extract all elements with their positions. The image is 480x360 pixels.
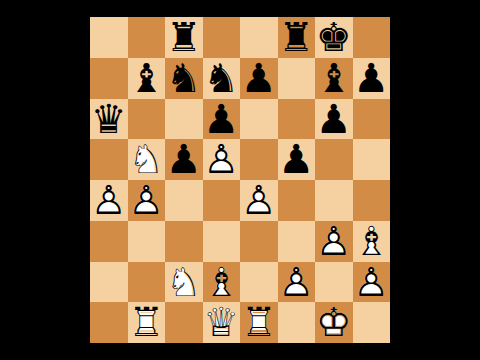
black-rook[interactable]: ♜ [278, 17, 316, 58]
square-f7[interactable] [278, 58, 316, 99]
square-d5[interactable]: ♟ [203, 139, 241, 180]
black-pawn[interactable]: ♟ [165, 139, 203, 180]
white-rook[interactable]: ♜ [128, 302, 166, 343]
square-a4[interactable]: ♟ [90, 180, 128, 221]
square-g4[interactable] [315, 180, 353, 221]
white-pawn[interactable]: ♟ [353, 262, 391, 303]
black-pawn[interactable]: ♟ [240, 58, 278, 99]
square-c5[interactable]: ♟ [165, 139, 203, 180]
square-c2[interactable]: ♞ [165, 262, 203, 303]
square-d8[interactable] [203, 17, 241, 58]
square-e2[interactable] [240, 262, 278, 303]
square-e5[interactable] [240, 139, 278, 180]
square-e7[interactable]: ♟ [240, 58, 278, 99]
square-g7[interactable]: ♝ [315, 58, 353, 99]
square-h3[interactable]: ♝ [353, 221, 391, 262]
square-c7[interactable]: ♞ [165, 58, 203, 99]
square-b6[interactable] [128, 99, 166, 140]
square-h1[interactable] [353, 302, 391, 343]
black-pawn[interactable]: ♟ [203, 99, 241, 140]
square-g2[interactable] [315, 262, 353, 303]
white-bishop[interactable]: ♝ [203, 262, 241, 303]
square-c6[interactable] [165, 99, 203, 140]
square-c4[interactable] [165, 180, 203, 221]
square-a6[interactable]: ♛ [90, 99, 128, 140]
square-c3[interactable] [165, 221, 203, 262]
square-a7[interactable] [90, 58, 128, 99]
square-a2[interactable] [90, 262, 128, 303]
square-b8[interactable] [128, 17, 166, 58]
white-knight[interactable]: ♞ [165, 262, 203, 303]
square-h7[interactable]: ♟ [353, 58, 391, 99]
square-e3[interactable] [240, 221, 278, 262]
square-f4[interactable] [278, 180, 316, 221]
white-king[interactable]: ♚ [315, 302, 353, 343]
black-knight[interactable]: ♞ [165, 58, 203, 99]
white-pawn[interactable]: ♟ [128, 180, 166, 221]
white-pawn[interactable]: ♟ [203, 139, 241, 180]
square-d6[interactable]: ♟ [203, 99, 241, 140]
chess-board: ♜♜♚♝♞♞♟♝♟♛♟♟♞♟♟♟♟♟♟♟♝♞♝♟♟♜♛♜♚ [90, 17, 390, 343]
square-b2[interactable] [128, 262, 166, 303]
square-b1[interactable]: ♜ [128, 302, 166, 343]
app-background: ♜♜♚♝♞♞♟♝♟♛♟♟♞♟♟♟♟♟♟♟♝♞♝♟♟♜♛♜♚ [0, 0, 480, 360]
black-bishop[interactable]: ♝ [315, 58, 353, 99]
square-d1[interactable]: ♛ [203, 302, 241, 343]
square-g5[interactable] [315, 139, 353, 180]
square-d2[interactable]: ♝ [203, 262, 241, 303]
square-a8[interactable] [90, 17, 128, 58]
square-f8[interactable]: ♜ [278, 17, 316, 58]
white-rook[interactable]: ♜ [240, 302, 278, 343]
square-e6[interactable] [240, 99, 278, 140]
square-a5[interactable] [90, 139, 128, 180]
square-f5[interactable]: ♟ [278, 139, 316, 180]
white-pawn[interactable]: ♟ [240, 180, 278, 221]
black-bishop[interactable]: ♝ [128, 58, 166, 99]
square-a1[interactable] [90, 302, 128, 343]
black-knight[interactable]: ♞ [203, 58, 241, 99]
square-a3[interactable] [90, 221, 128, 262]
square-b5[interactable]: ♞ [128, 139, 166, 180]
square-f2[interactable]: ♟ [278, 262, 316, 303]
square-g6[interactable]: ♟ [315, 99, 353, 140]
white-bishop[interactable]: ♝ [353, 221, 391, 262]
square-c1[interactable] [165, 302, 203, 343]
white-knight[interactable]: ♞ [128, 139, 166, 180]
square-g3[interactable]: ♟ [315, 221, 353, 262]
square-d3[interactable] [203, 221, 241, 262]
square-c8[interactable]: ♜ [165, 17, 203, 58]
square-f3[interactable] [278, 221, 316, 262]
white-pawn[interactable]: ♟ [315, 221, 353, 262]
white-queen[interactable]: ♛ [203, 302, 241, 343]
square-d7[interactable]: ♞ [203, 58, 241, 99]
square-d4[interactable] [203, 180, 241, 221]
square-e1[interactable]: ♜ [240, 302, 278, 343]
square-h5[interactable] [353, 139, 391, 180]
square-h4[interactable] [353, 180, 391, 221]
white-pawn[interactable]: ♟ [278, 262, 316, 303]
square-h2[interactable]: ♟ [353, 262, 391, 303]
square-g1[interactable]: ♚ [315, 302, 353, 343]
square-e4[interactable]: ♟ [240, 180, 278, 221]
square-f6[interactable] [278, 99, 316, 140]
white-pawn[interactable]: ♟ [90, 180, 128, 221]
square-h8[interactable] [353, 17, 391, 58]
black-pawn[interactable]: ♟ [353, 58, 391, 99]
square-h6[interactable] [353, 99, 391, 140]
black-pawn[interactable]: ♟ [315, 99, 353, 140]
square-b3[interactable] [128, 221, 166, 262]
square-e8[interactable] [240, 17, 278, 58]
black-king[interactable]: ♚ [315, 17, 353, 58]
black-pawn[interactable]: ♟ [278, 139, 316, 180]
black-queen[interactable]: ♛ [90, 99, 128, 140]
square-g8[interactable]: ♚ [315, 17, 353, 58]
square-b7[interactable]: ♝ [128, 58, 166, 99]
square-b4[interactable]: ♟ [128, 180, 166, 221]
black-rook[interactable]: ♜ [165, 17, 203, 58]
square-f1[interactable] [278, 302, 316, 343]
